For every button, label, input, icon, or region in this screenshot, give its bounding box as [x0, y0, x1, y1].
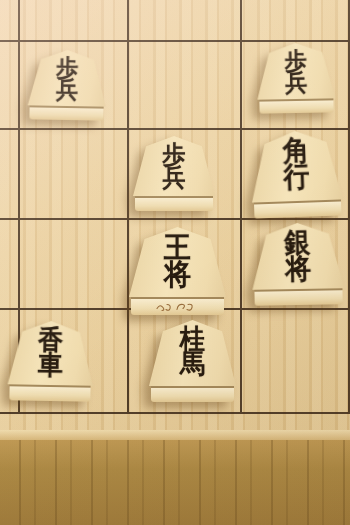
board-cell-r5c4 [242, 310, 350, 414]
board-cell-r2c3 [129, 42, 242, 130]
piece-silver[interactable]: 銀 将 [251, 222, 344, 306]
board-cell-r1c3 [129, 0, 242, 42]
piece-front-edge [254, 288, 343, 306]
piece-front-edge [131, 297, 224, 315]
kanji-bottom: 兵 [56, 78, 78, 102]
kanji-bottom: 車 [38, 352, 63, 379]
piece-front-edge [29, 105, 104, 120]
piece-top-face: 香 車 [8, 320, 94, 385]
king-maker-signature [154, 302, 200, 313]
kanji-bottom: 兵 [285, 71, 307, 95]
board-cell-r4c1 [0, 220, 20, 310]
piece-top-face: 角 行 [250, 129, 343, 202]
piece-pawn-middle[interactable]: 歩 兵 [133, 136, 215, 211]
piece-knight[interactable]: 桂 馬 [149, 320, 236, 402]
piece-top-face: 銀 将 [251, 222, 344, 290]
kanji-bottom: 兵 [163, 165, 186, 190]
board-cell-r4c2 [20, 220, 129, 310]
piece-front-edge [151, 386, 235, 402]
piece-top-face: 歩 兵 [133, 136, 215, 196]
board-cell-r3c2 [20, 130, 129, 220]
board-front-face [0, 440, 350, 525]
piece-pawn-top-left[interactable]: 歩 兵 [27, 49, 106, 120]
board-cell-r1c1 [0, 0, 20, 42]
piece-top-face: 歩 兵 [28, 49, 107, 106]
kanji-bottom: 将 [164, 260, 191, 289]
shogi-board-photo: 歩 兵 歩 兵 歩 兵 角 行 王 将 [0, 0, 350, 525]
board-cell-r1c2 [20, 0, 129, 42]
piece-front-edge [9, 384, 91, 401]
board-cell-r2c1 [0, 42, 20, 130]
piece-top-face: 歩 兵 [256, 42, 335, 99]
kanji-bottom: 行 [283, 162, 310, 191]
piece-front-edge [259, 98, 334, 113]
piece-top-face: 桂 馬 [149, 320, 236, 386]
piece-bishop[interactable]: 角 行 [250, 129, 344, 218]
piece-pawn-top-right[interactable]: 歩 兵 [256, 42, 335, 113]
piece-front-edge [135, 196, 214, 211]
piece-lance[interactable]: 香 車 [7, 320, 93, 401]
board-edge-chamfer [0, 430, 350, 440]
piece-front-edge [254, 199, 342, 218]
piece-king[interactable]: 王 将 [129, 227, 226, 315]
piece-top-face: 王 将 [129, 227, 226, 297]
board-cell-r1c4 [242, 0, 350, 42]
kanji-bottom: 将 [285, 254, 311, 282]
kanji-bottom: 馬 [180, 351, 205, 378]
board-cell-r3c1 [0, 130, 20, 220]
